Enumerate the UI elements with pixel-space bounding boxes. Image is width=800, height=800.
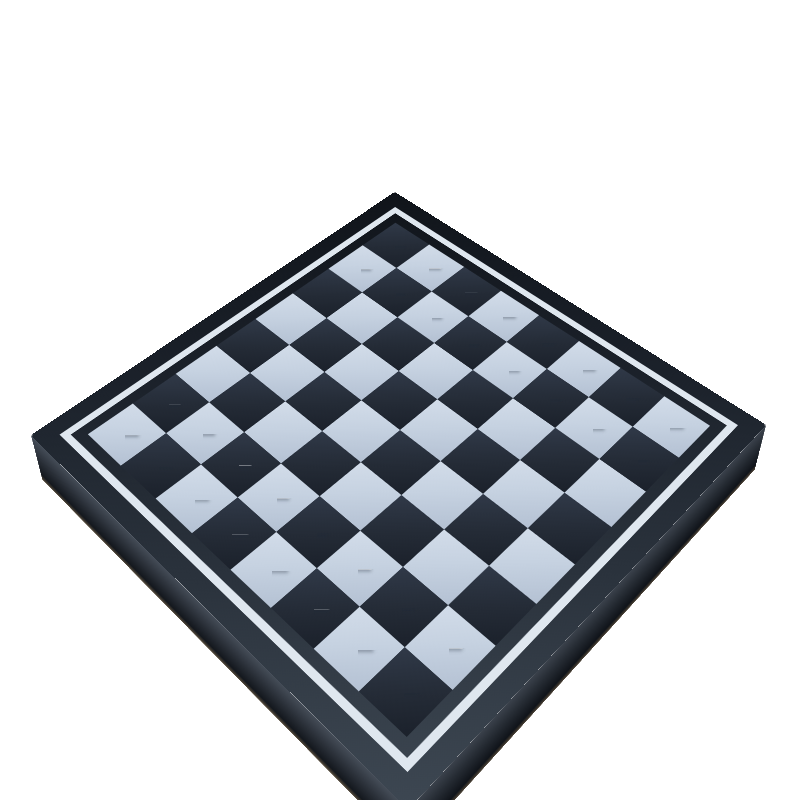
rook-icon: ♜ xyxy=(114,356,135,378)
piece-black-knight[interactable]: ♞ xyxy=(612,318,638,398)
crystal-block xyxy=(421,281,442,318)
crystal-block xyxy=(385,257,406,293)
gold-collar xyxy=(153,407,163,410)
pawn-icon: ♟ xyxy=(392,538,410,557)
crystal-block xyxy=(489,262,515,317)
crystal-block xyxy=(612,345,638,398)
pawn-icon: ♟ xyxy=(541,339,557,356)
pawn-icon: ♟ xyxy=(629,397,646,414)
crystal-block xyxy=(180,442,208,499)
piece-black-pawn[interactable]: ♟ xyxy=(497,312,519,370)
crystal-block xyxy=(255,506,287,570)
crystal-block xyxy=(341,586,373,649)
gold-collar xyxy=(424,218,433,221)
gold-collar xyxy=(665,371,675,374)
crystal-block xyxy=(145,411,173,467)
crystal-block xyxy=(569,318,595,369)
gold-collar xyxy=(545,357,553,359)
gold-collar xyxy=(120,379,130,382)
gold-collar xyxy=(312,486,321,488)
piece-black-king[interactable]: ♚ xyxy=(489,231,515,316)
pawn-icon: ♟ xyxy=(584,367,600,384)
piece-black-pawn[interactable]: ♟ xyxy=(538,339,560,399)
gold-collar xyxy=(504,330,512,332)
gold-collar xyxy=(165,362,173,364)
gold-collar xyxy=(536,285,547,288)
piece-black-knight[interactable]: ♞ xyxy=(417,197,441,268)
square-a5[interactable] xyxy=(528,493,612,565)
crystal-block xyxy=(626,419,650,460)
pawn-icon: ♟ xyxy=(231,402,248,420)
crystal-block xyxy=(458,306,479,343)
piece-black-pawn[interactable]: ♟ xyxy=(421,262,442,318)
bishop-icon: ♝ xyxy=(455,219,474,239)
king-icon: ♚ xyxy=(490,231,515,257)
piece-black-pawn[interactable]: ♟ xyxy=(626,397,650,460)
gold-collar xyxy=(225,465,239,468)
crystal-block xyxy=(581,389,604,429)
crystal-block xyxy=(216,469,247,534)
bishop-icon: ♝ xyxy=(301,516,326,542)
bishop-icon: ♝ xyxy=(572,292,593,314)
piece-white-rook[interactable]: ♜ xyxy=(111,356,138,435)
piece-black-rook[interactable]: ♜ xyxy=(383,178,406,246)
gold-collar xyxy=(392,254,399,256)
crystal-block xyxy=(351,234,371,269)
bishop-icon: ♝ xyxy=(183,413,206,437)
piece-black-rook[interactable]: ♜ xyxy=(656,349,683,428)
pawn-icon: ♟ xyxy=(354,216,368,231)
board-frame: ♜♞♝♚♛♝♞♜♟♟♟♟♟♟♟♟♟♟♟♟♟♟♟♟♜♞♝♚♛♝♞♜ xyxy=(31,192,766,800)
gold-collar xyxy=(353,522,362,524)
gold-collar xyxy=(189,438,200,441)
pawn-icon: ♟ xyxy=(349,501,367,520)
piece-white-bishop[interactable]: ♝ xyxy=(298,516,329,609)
piece-black-bishop[interactable]: ♝ xyxy=(453,219,477,292)
rook-icon: ♜ xyxy=(660,349,681,371)
gold-collar xyxy=(357,232,364,234)
crystal-block xyxy=(656,375,683,427)
pawn-icon: ♟ xyxy=(268,434,285,452)
crystal-block xyxy=(538,360,560,399)
piece-white-rook[interactable]: ♜ xyxy=(387,598,420,693)
rook-icon: ♜ xyxy=(385,178,403,197)
pawn-icon: ♟ xyxy=(307,467,324,485)
gold-collar xyxy=(351,582,363,586)
knight-icon: ♞ xyxy=(344,554,369,581)
piece-white-knight[interactable]: ♞ xyxy=(341,554,373,650)
gold-collar xyxy=(397,559,406,561)
gold-collar xyxy=(465,303,472,305)
gold-collar xyxy=(443,598,452,600)
queen-icon: ♛ xyxy=(257,471,285,501)
crystal-block xyxy=(111,383,138,435)
gold-collar xyxy=(428,278,435,280)
piece-white-knight[interactable]: ♞ xyxy=(145,382,173,466)
pawn-icon: ♟ xyxy=(195,373,211,390)
gold-collar xyxy=(496,258,508,261)
crystal-block xyxy=(387,630,420,693)
chess-board: ♜♞♝♚♛♝♞♜♟♟♟♟♟♟♟♟♟♟♟♟♟♟♟♟♜♞♝♚♛♝♞♜ xyxy=(31,192,766,800)
piece-black-pawn[interactable]: ♟ xyxy=(458,287,479,344)
crystal-block xyxy=(435,601,462,648)
piece-black-queen[interactable]: ♛ xyxy=(528,259,555,343)
piece-white-pawn[interactable]: ♟ xyxy=(435,577,462,649)
gold-collar xyxy=(199,391,207,393)
piece-white-bishop[interactable]: ♝ xyxy=(180,413,208,499)
knight-icon: ♞ xyxy=(419,197,438,217)
piece-black-pawn[interactable]: ♟ xyxy=(351,216,371,269)
queen-icon: ♛ xyxy=(530,259,553,284)
piece-black-pawn[interactable]: ♟ xyxy=(581,367,604,428)
pawn-icon: ♟ xyxy=(439,577,458,597)
piece-white-queen[interactable]: ♛ xyxy=(255,471,287,571)
gold-collar xyxy=(588,386,596,388)
gold-collar xyxy=(397,625,409,629)
gold-collar xyxy=(307,543,318,546)
rook-icon: ♜ xyxy=(391,598,416,624)
gold-collar xyxy=(265,502,278,505)
gold-collar xyxy=(577,314,587,317)
piece-white-king[interactable]: ♚ xyxy=(216,433,247,534)
crystal-block xyxy=(298,547,329,609)
pawn-icon: ♟ xyxy=(161,344,177,361)
gold-collar xyxy=(620,341,630,344)
piece-black-bishop[interactable]: ♝ xyxy=(569,292,595,370)
king-icon: ♚ xyxy=(217,433,246,464)
playing-field: ♜♞♝♚♛♝♞♜♟♟♟♟♟♟♟♟♟♟♟♟♟♟♟♟♜♞♝♚♛♝♞♜ xyxy=(88,223,710,737)
gold-collar xyxy=(235,421,243,423)
gold-collar xyxy=(633,416,641,418)
gold-collar xyxy=(390,198,399,201)
scene: ♜♞♝♚♛♝♞♜♟♟♟♟♟♟♟♟♟♟♟♟♟♟♟♟♜♞♝♚♛♝♞♜ xyxy=(0,0,800,800)
knight-icon: ♞ xyxy=(615,318,636,340)
gold-collar xyxy=(460,240,469,243)
pawn-icon: ♟ xyxy=(500,312,515,328)
piece-black-pawn[interactable]: ♟ xyxy=(385,238,406,293)
gold-collar xyxy=(272,453,280,455)
pawn-icon: ♟ xyxy=(388,238,402,253)
crystal-block xyxy=(497,332,519,370)
crystal-block xyxy=(528,289,555,343)
square-e4[interactable] xyxy=(322,400,400,462)
pawn-icon: ♟ xyxy=(424,262,439,278)
knight-icon: ♞ xyxy=(148,382,170,405)
pawn-icon: ♟ xyxy=(461,287,476,303)
